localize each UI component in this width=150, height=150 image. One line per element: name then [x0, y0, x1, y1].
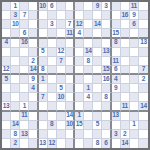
cell-r16c1-empty[interactable] — [2, 139, 11, 148]
cell-r8c9-empty[interactable] — [75, 66, 84, 75]
cell-r15c14-given[interactable]: 2 — [121, 130, 130, 139]
cell-r12c9-empty[interactable] — [75, 102, 84, 111]
cell-r14c6-given[interactable]: 8 — [48, 121, 57, 130]
cell-r10c10-given[interactable]: 1 — [84, 84, 93, 93]
cell-r7c14-empty[interactable] — [121, 57, 130, 66]
cell-r6c12-given[interactable]: 13 — [102, 48, 111, 57]
cell-r10c16-empty[interactable] — [139, 84, 148, 93]
cell-r15c11-empty[interactable] — [93, 130, 102, 139]
cell-r15c12-empty[interactable] — [102, 130, 111, 139]
cell-r10c9-empty[interactable] — [75, 84, 84, 93]
cell-r8c7-empty[interactable] — [57, 66, 66, 75]
cell-r1c4-empty[interactable] — [29, 2, 38, 11]
cell-r11c6-empty[interactable] — [48, 93, 57, 102]
cell-r11c5-given[interactable]: 7 — [39, 93, 48, 102]
cell-r7c2-empty[interactable] — [11, 57, 20, 66]
cell-r12c6-empty[interactable] — [48, 102, 57, 111]
cell-r9c16-given[interactable]: 2 — [139, 75, 148, 84]
cell-r16c6-given[interactable]: 12 — [48, 139, 57, 148]
cell-r5c10-empty[interactable] — [84, 39, 93, 48]
cell-r5c3-given[interactable]: 16 — [20, 39, 29, 48]
cell-r12c2-empty[interactable] — [11, 102, 20, 111]
cell-r13c16-empty[interactable] — [139, 112, 148, 121]
cell-r13c8-given[interactable]: 14 — [66, 112, 75, 121]
cell-r16c8-empty[interactable] — [66, 139, 75, 148]
cell-r5c16-given[interactable]: 13 — [139, 39, 148, 48]
cell-r15c6-empty[interactable] — [48, 130, 57, 139]
cell-r14c13-empty[interactable] — [112, 121, 121, 130]
cell-r3c7-empty[interactable] — [57, 20, 66, 29]
cell-r7c9-empty[interactable] — [75, 57, 84, 66]
cell-r6c9-empty[interactable] — [75, 48, 84, 57]
cell-r5c9-empty[interactable] — [75, 39, 84, 48]
cell-r3c8-given[interactable]: 7 — [66, 20, 75, 29]
cell-r15c9-empty[interactable] — [75, 130, 84, 139]
cell-r7c15-empty[interactable] — [130, 57, 139, 66]
cell-r8c8-empty[interactable] — [66, 66, 75, 75]
cell-r13c3-given[interactable]: 11 — [20, 112, 29, 121]
cell-r4c3-given[interactable]: 6 — [20, 29, 29, 38]
cell-r10c7-given[interactable]: 5 — [57, 84, 66, 93]
cell-r8c12-given[interactable]: 15 — [102, 66, 111, 75]
cell-r14c9-given[interactable]: 15 — [75, 121, 84, 130]
cell-r4c5-empty[interactable] — [39, 29, 48, 38]
cell-r10c8-empty[interactable] — [66, 84, 75, 93]
cell-r9c5-given[interactable]: 1 — [39, 75, 48, 84]
cell-r3c10-empty[interactable] — [84, 20, 93, 29]
cell-r7c10-given[interactable]: 8 — [84, 57, 93, 66]
cell-r2c16-empty[interactable] — [139, 11, 148, 20]
cell-r5c5-empty[interactable] — [39, 39, 48, 48]
cell-r7c1-empty[interactable] — [2, 57, 11, 66]
cell-r12c4-empty[interactable] — [29, 102, 38, 111]
cell-r4c7-empty[interactable] — [57, 29, 66, 38]
cell-r4c11-empty[interactable] — [93, 29, 102, 38]
cell-r8c14-empty[interactable] — [121, 66, 130, 75]
cell-r11c11-empty[interactable] — [93, 93, 102, 102]
cell-r4c10-empty[interactable] — [84, 29, 93, 38]
cell-r10c15-empty[interactable] — [130, 84, 139, 93]
cell-r13c1-empty[interactable] — [2, 112, 11, 121]
cell-r12c16-given[interactable]: 14 — [139, 102, 148, 111]
cell-r13c10-empty[interactable] — [84, 112, 93, 121]
cell-r4c8-given[interactable]: 11 — [66, 29, 75, 38]
cell-r3c9-given[interactable]: 12 — [75, 20, 84, 29]
cell-r10c3-empty[interactable] — [20, 84, 29, 93]
cell-r14c15-given[interactable]: 1 — [130, 121, 139, 130]
cell-r4c15-empty[interactable] — [130, 29, 139, 38]
cell-r12c15-empty[interactable] — [130, 102, 139, 111]
cell-r1c3-empty[interactable] — [20, 2, 29, 11]
cell-r3c12-empty[interactable] — [102, 20, 111, 29]
cell-r1c11-given[interactable]: 9 — [93, 2, 102, 11]
cell-r15c2-given[interactable]: 8 — [11, 130, 20, 139]
cell-r13c15-empty[interactable] — [130, 112, 139, 121]
cell-r2c11-empty[interactable] — [93, 11, 102, 20]
cell-r4c4-empty[interactable] — [29, 29, 38, 38]
cell-r9c11-empty[interactable] — [93, 75, 102, 84]
cell-r16c3-empty[interactable] — [20, 139, 29, 148]
cell-r10c4-given[interactable]: 4 — [29, 84, 38, 93]
cell-r15c7-empty[interactable] — [57, 130, 66, 139]
cell-r9c9-empty[interactable] — [75, 75, 84, 84]
cell-r15c3-given[interactable]: 13 — [20, 130, 29, 139]
cell-r6c6-empty[interactable] — [48, 48, 57, 57]
cell-r5c11-empty[interactable] — [93, 39, 102, 48]
cell-r9c2-empty[interactable] — [11, 75, 20, 84]
cell-r14c10-empty[interactable] — [84, 121, 93, 130]
cell-r6c15-empty[interactable] — [130, 48, 139, 57]
cell-r8c1-given[interactable]: 12 — [2, 66, 11, 75]
cell-r14c11-given[interactable]: 5 — [93, 121, 102, 130]
cell-r9c3-empty[interactable] — [20, 75, 29, 84]
cell-r3c2-given[interactable]: 10 — [11, 20, 20, 29]
cell-r5c4-empty[interactable] — [29, 39, 38, 48]
cell-r2c3-given[interactable]: 7 — [20, 11, 29, 20]
cell-r8c13-given[interactable]: 6 — [112, 66, 121, 75]
cell-r2c9-empty[interactable] — [75, 11, 84, 20]
cell-r16c16-empty[interactable] — [139, 139, 148, 148]
cell-r10c11-empty[interactable] — [93, 84, 102, 93]
cell-r11c12-given[interactable]: 8 — [102, 93, 111, 102]
cell-r3c4-empty[interactable] — [29, 20, 38, 29]
cell-r11c15-empty[interactable] — [130, 93, 139, 102]
cell-r6c8-empty[interactable] — [66, 48, 75, 57]
cell-r1c9-empty[interactable] — [75, 2, 84, 11]
cell-r12c10-empty[interactable] — [84, 102, 93, 111]
cell-r2c6-empty[interactable] — [48, 11, 57, 20]
cell-r15c10-empty[interactable] — [84, 130, 93, 139]
cell-r8c5-given[interactable]: 8 — [39, 66, 48, 75]
cell-r12c8-empty[interactable] — [66, 102, 75, 111]
cell-r1c14-empty[interactable] — [121, 2, 130, 11]
cell-r16c15-empty[interactable] — [130, 139, 139, 148]
cell-r9c13-given[interactable]: 4 — [112, 75, 121, 84]
cell-r2c8-empty[interactable] — [66, 11, 75, 20]
cell-r3c14-empty[interactable] — [121, 20, 130, 29]
cell-r10c5-empty[interactable] — [39, 84, 48, 93]
cell-r14c5-empty[interactable] — [39, 121, 48, 130]
cell-r15c15-empty[interactable] — [130, 130, 139, 139]
cell-r14c16-empty[interactable] — [139, 121, 148, 130]
cell-r6c10-given[interactable]: 14 — [84, 48, 93, 57]
cell-r4c12-empty[interactable] — [102, 29, 111, 38]
cell-r1c10-empty[interactable] — [84, 2, 93, 11]
cell-r1c13-empty[interactable] — [112, 2, 121, 11]
cell-r8c6-empty[interactable] — [48, 66, 57, 75]
cell-r8c11-empty[interactable] — [93, 66, 102, 75]
cell-r6c1-empty[interactable] — [2, 48, 11, 57]
cell-r16c9-empty[interactable] — [75, 139, 84, 148]
cell-r10c1-empty[interactable] — [2, 84, 11, 93]
cell-r12c1-given[interactable]: 13 — [2, 102, 11, 111]
cell-r14c14-empty[interactable] — [121, 121, 130, 130]
cell-r12c11-empty[interactable] — [93, 102, 102, 111]
cell-r6c4-empty[interactable] — [29, 48, 38, 57]
cell-r11c3-empty[interactable] — [20, 93, 29, 102]
cell-r6c3-empty[interactable] — [20, 48, 29, 57]
cell-r7c16-empty[interactable] — [139, 57, 148, 66]
cell-r9c4-given[interactable]: 9 — [29, 75, 38, 84]
cell-r10c14-empty[interactable] — [121, 84, 130, 93]
cell-r5c1-given[interactable]: 4 — [2, 39, 11, 48]
cell-r13c13-given[interactable]: 13 — [112, 112, 121, 121]
cell-r8c10-empty[interactable] — [84, 66, 93, 75]
cell-r14c12-empty[interactable] — [102, 121, 111, 130]
cell-r14c8-given[interactable]: 10 — [66, 121, 75, 130]
cell-r10c13-given[interactable]: 9 — [112, 84, 121, 93]
cell-r6c14-empty[interactable] — [121, 48, 130, 57]
cell-r9c6-empty[interactable] — [48, 75, 57, 84]
cell-r13c6-empty[interactable] — [48, 112, 57, 121]
cell-r16c7-empty[interactable] — [57, 139, 66, 148]
cell-r6c2-empty[interactable] — [11, 48, 20, 57]
cell-r3c1-empty[interactable] — [2, 20, 11, 29]
cell-r2c1-empty[interactable] — [2, 11, 11, 20]
cell-r13c7-empty[interactable] — [57, 112, 66, 121]
cell-r4c13-given[interactable]: 15 — [112, 29, 121, 38]
cell-r7c13-given[interactable]: 11 — [112, 57, 121, 66]
cell-r13c5-empty[interactable] — [39, 112, 48, 121]
cell-r12c12-empty[interactable] — [102, 102, 111, 111]
sudoku-board: 1106931137169103712146611415416813512141… — [0, 0, 150, 150]
cell-r12c13-empty[interactable] — [112, 102, 121, 111]
cell-r10c2-empty[interactable] — [11, 84, 20, 93]
cell-r9c7-empty[interactable] — [57, 75, 66, 84]
cell-r16c5-given[interactable]: 13 — [39, 139, 48, 148]
cell-r4c6-empty[interactable] — [48, 29, 57, 38]
cell-r13c2-empty[interactable] — [11, 112, 20, 121]
cell-r14c4-empty[interactable] — [29, 121, 38, 130]
cell-r14c3-empty[interactable] — [20, 121, 29, 130]
cell-r8c16-given[interactable]: 7 — [139, 66, 148, 75]
cell-r11c7-given[interactable]: 10 — [57, 93, 66, 102]
cell-r11c1-empty[interactable] — [2, 93, 11, 102]
cell-r1c12-given[interactable]: 3 — [102, 2, 111, 11]
cell-r2c2-given[interactable]: 3 — [11, 11, 20, 20]
cell-r6c16-empty[interactable] — [139, 48, 148, 57]
cell-r7c5-empty[interactable] — [39, 57, 48, 66]
cell-r4c2-empty[interactable] — [11, 29, 20, 38]
cell-r3c16-empty[interactable] — [139, 20, 148, 29]
cell-r3c11-given[interactable]: 14 — [93, 20, 102, 29]
cell-r6c11-empty[interactable] — [93, 48, 102, 57]
cell-r8c2-empty[interactable] — [11, 66, 20, 75]
cell-r3c13-empty[interactable] — [112, 20, 121, 29]
cell-r1c6-given[interactable]: 6 — [48, 2, 57, 11]
cell-r2c5-empty[interactable] — [39, 11, 48, 20]
cell-r8c4-given[interactable]: 14 — [29, 66, 38, 75]
cell-r6c7-given[interactable]: 12 — [57, 48, 66, 57]
cell-r13c4-empty[interactable] — [29, 112, 38, 121]
cell-r5c6-empty[interactable] — [48, 39, 57, 48]
cell-r5c15-empty[interactable] — [130, 39, 139, 48]
cell-r3c15-given[interactable]: 6 — [130, 20, 139, 29]
cell-r15c5-empty[interactable] — [39, 130, 48, 139]
cell-r14c2-given[interactable]: 14 — [11, 121, 20, 130]
cell-r1c8-empty[interactable] — [66, 2, 75, 11]
cell-r16c13-empty[interactable] — [112, 139, 121, 148]
cell-r9c1-given[interactable]: 5 — [2, 75, 11, 84]
cell-r16c10-empty[interactable] — [84, 139, 93, 148]
cell-r16c4-empty[interactable] — [29, 139, 38, 148]
cell-r16c2-given[interactable]: 2 — [11, 139, 20, 148]
cell-r5c7-empty[interactable] — [57, 39, 66, 48]
cell-r13c11-empty[interactable] — [93, 112, 102, 121]
cell-r12c3-given[interactable]: 1 — [20, 102, 29, 111]
cell-r3c3-empty[interactable] — [20, 20, 29, 29]
cell-r15c8-empty[interactable] — [66, 130, 75, 139]
cell-r2c7-empty[interactable] — [57, 11, 66, 20]
cell-r5c13-given[interactable]: 8 — [112, 39, 121, 48]
cell-r1c1-empty[interactable] — [2, 2, 11, 11]
cell-r5c8-empty[interactable] — [66, 39, 75, 48]
cell-r1c5-given[interactable]: 10 — [39, 2, 48, 11]
cell-r9c10-empty[interactable] — [84, 75, 93, 84]
cell-r16c12-given[interactable]: 6 — [102, 139, 111, 148]
cell-r15c4-empty[interactable] — [29, 130, 38, 139]
cell-r7c11-empty[interactable] — [93, 57, 102, 66]
cell-r15c1-empty[interactable] — [2, 130, 11, 139]
cell-r5c14-empty[interactable] — [121, 39, 130, 48]
cell-r4c1-empty[interactable] — [2, 29, 11, 38]
cell-r8c15-empty[interactable] — [130, 66, 139, 75]
cell-r2c12-empty[interactable] — [102, 11, 111, 20]
cell-r2c4-empty[interactable] — [29, 11, 38, 20]
cell-r1c7-empty[interactable] — [57, 2, 66, 11]
cell-r4c9-given[interactable]: 4 — [75, 29, 84, 38]
cell-r16c11-given[interactable]: 8 — [93, 139, 102, 148]
cell-r4c14-empty[interactable] — [121, 29, 130, 38]
cell-r11c8-empty[interactable] — [66, 93, 75, 102]
cell-r12c7-empty[interactable] — [57, 102, 66, 111]
cell-r6c13-empty[interactable] — [112, 48, 121, 57]
cell-r8c3-empty[interactable] — [20, 66, 29, 75]
cell-r9c15-empty[interactable] — [130, 75, 139, 84]
cell-r4c16-empty[interactable] — [139, 29, 148, 38]
cell-r14c7-empty[interactable] — [57, 121, 66, 130]
cell-r2c13-empty[interactable] — [112, 11, 121, 20]
cell-r13c14-empty[interactable] — [121, 112, 130, 121]
cell-r1c15-given[interactable]: 11 — [130, 2, 139, 11]
cell-r12c5-empty[interactable] — [39, 102, 48, 111]
cell-r15c13-given[interactable]: 3 — [112, 130, 121, 139]
cell-r12c14-given[interactable]: 11 — [121, 102, 130, 111]
cell-r3c5-empty[interactable] — [39, 20, 48, 29]
cell-r1c2-given[interactable]: 1 — [11, 2, 20, 11]
cell-r7c3-empty[interactable] — [20, 57, 29, 66]
cell-r7c6-empty[interactable] — [48, 57, 57, 66]
cell-r10c6-empty[interactable] — [48, 84, 57, 93]
cell-r7c8-empty[interactable] — [66, 57, 75, 66]
cell-r1c16-empty[interactable] — [139, 2, 148, 11]
cell-r6c5-given[interactable]: 5 — [39, 48, 48, 57]
cell-r11c14-empty[interactable] — [121, 93, 130, 102]
cell-r13c12-empty[interactable] — [102, 112, 111, 121]
cell-r7c7-given[interactable]: 7 — [57, 57, 66, 66]
cell-r5c12-empty[interactable] — [102, 39, 111, 48]
cell-r2c15-given[interactable]: 9 — [130, 11, 139, 20]
cell-r9c12-given[interactable]: 16 — [102, 75, 111, 84]
cell-r11c4-empty[interactable] — [29, 93, 38, 102]
cell-r11c9-empty[interactable] — [75, 93, 84, 102]
cell-r13c9-given[interactable]: 1 — [75, 112, 84, 121]
cell-r2c14-given[interactable]: 16 — [121, 11, 130, 20]
cell-r11c13-empty[interactable] — [112, 93, 121, 102]
cell-r9c14-empty[interactable] — [121, 75, 130, 84]
cell-r15c16-empty[interactable] — [139, 130, 148, 139]
cell-r5c2-empty[interactable] — [11, 39, 20, 48]
cell-r11c16-empty[interactable] — [139, 93, 148, 102]
cell-r7c4-given[interactable]: 2 — [29, 57, 38, 66]
cell-r9c8-empty[interactable] — [66, 75, 75, 84]
cell-r2c10-empty[interactable] — [84, 11, 93, 20]
cell-r11c2-empty[interactable] — [11, 93, 20, 102]
cell-r3c6-given[interactable]: 3 — [48, 20, 57, 29]
cell-r11c10-given[interactable]: 4 — [84, 93, 93, 102]
cell-r14c1-empty[interactable] — [2, 121, 11, 130]
cell-r10c12-empty[interactable] — [102, 84, 111, 93]
cell-r16c14-given[interactable]: 14 — [121, 139, 130, 148]
cell-r7c12-empty[interactable] — [102, 57, 111, 66]
